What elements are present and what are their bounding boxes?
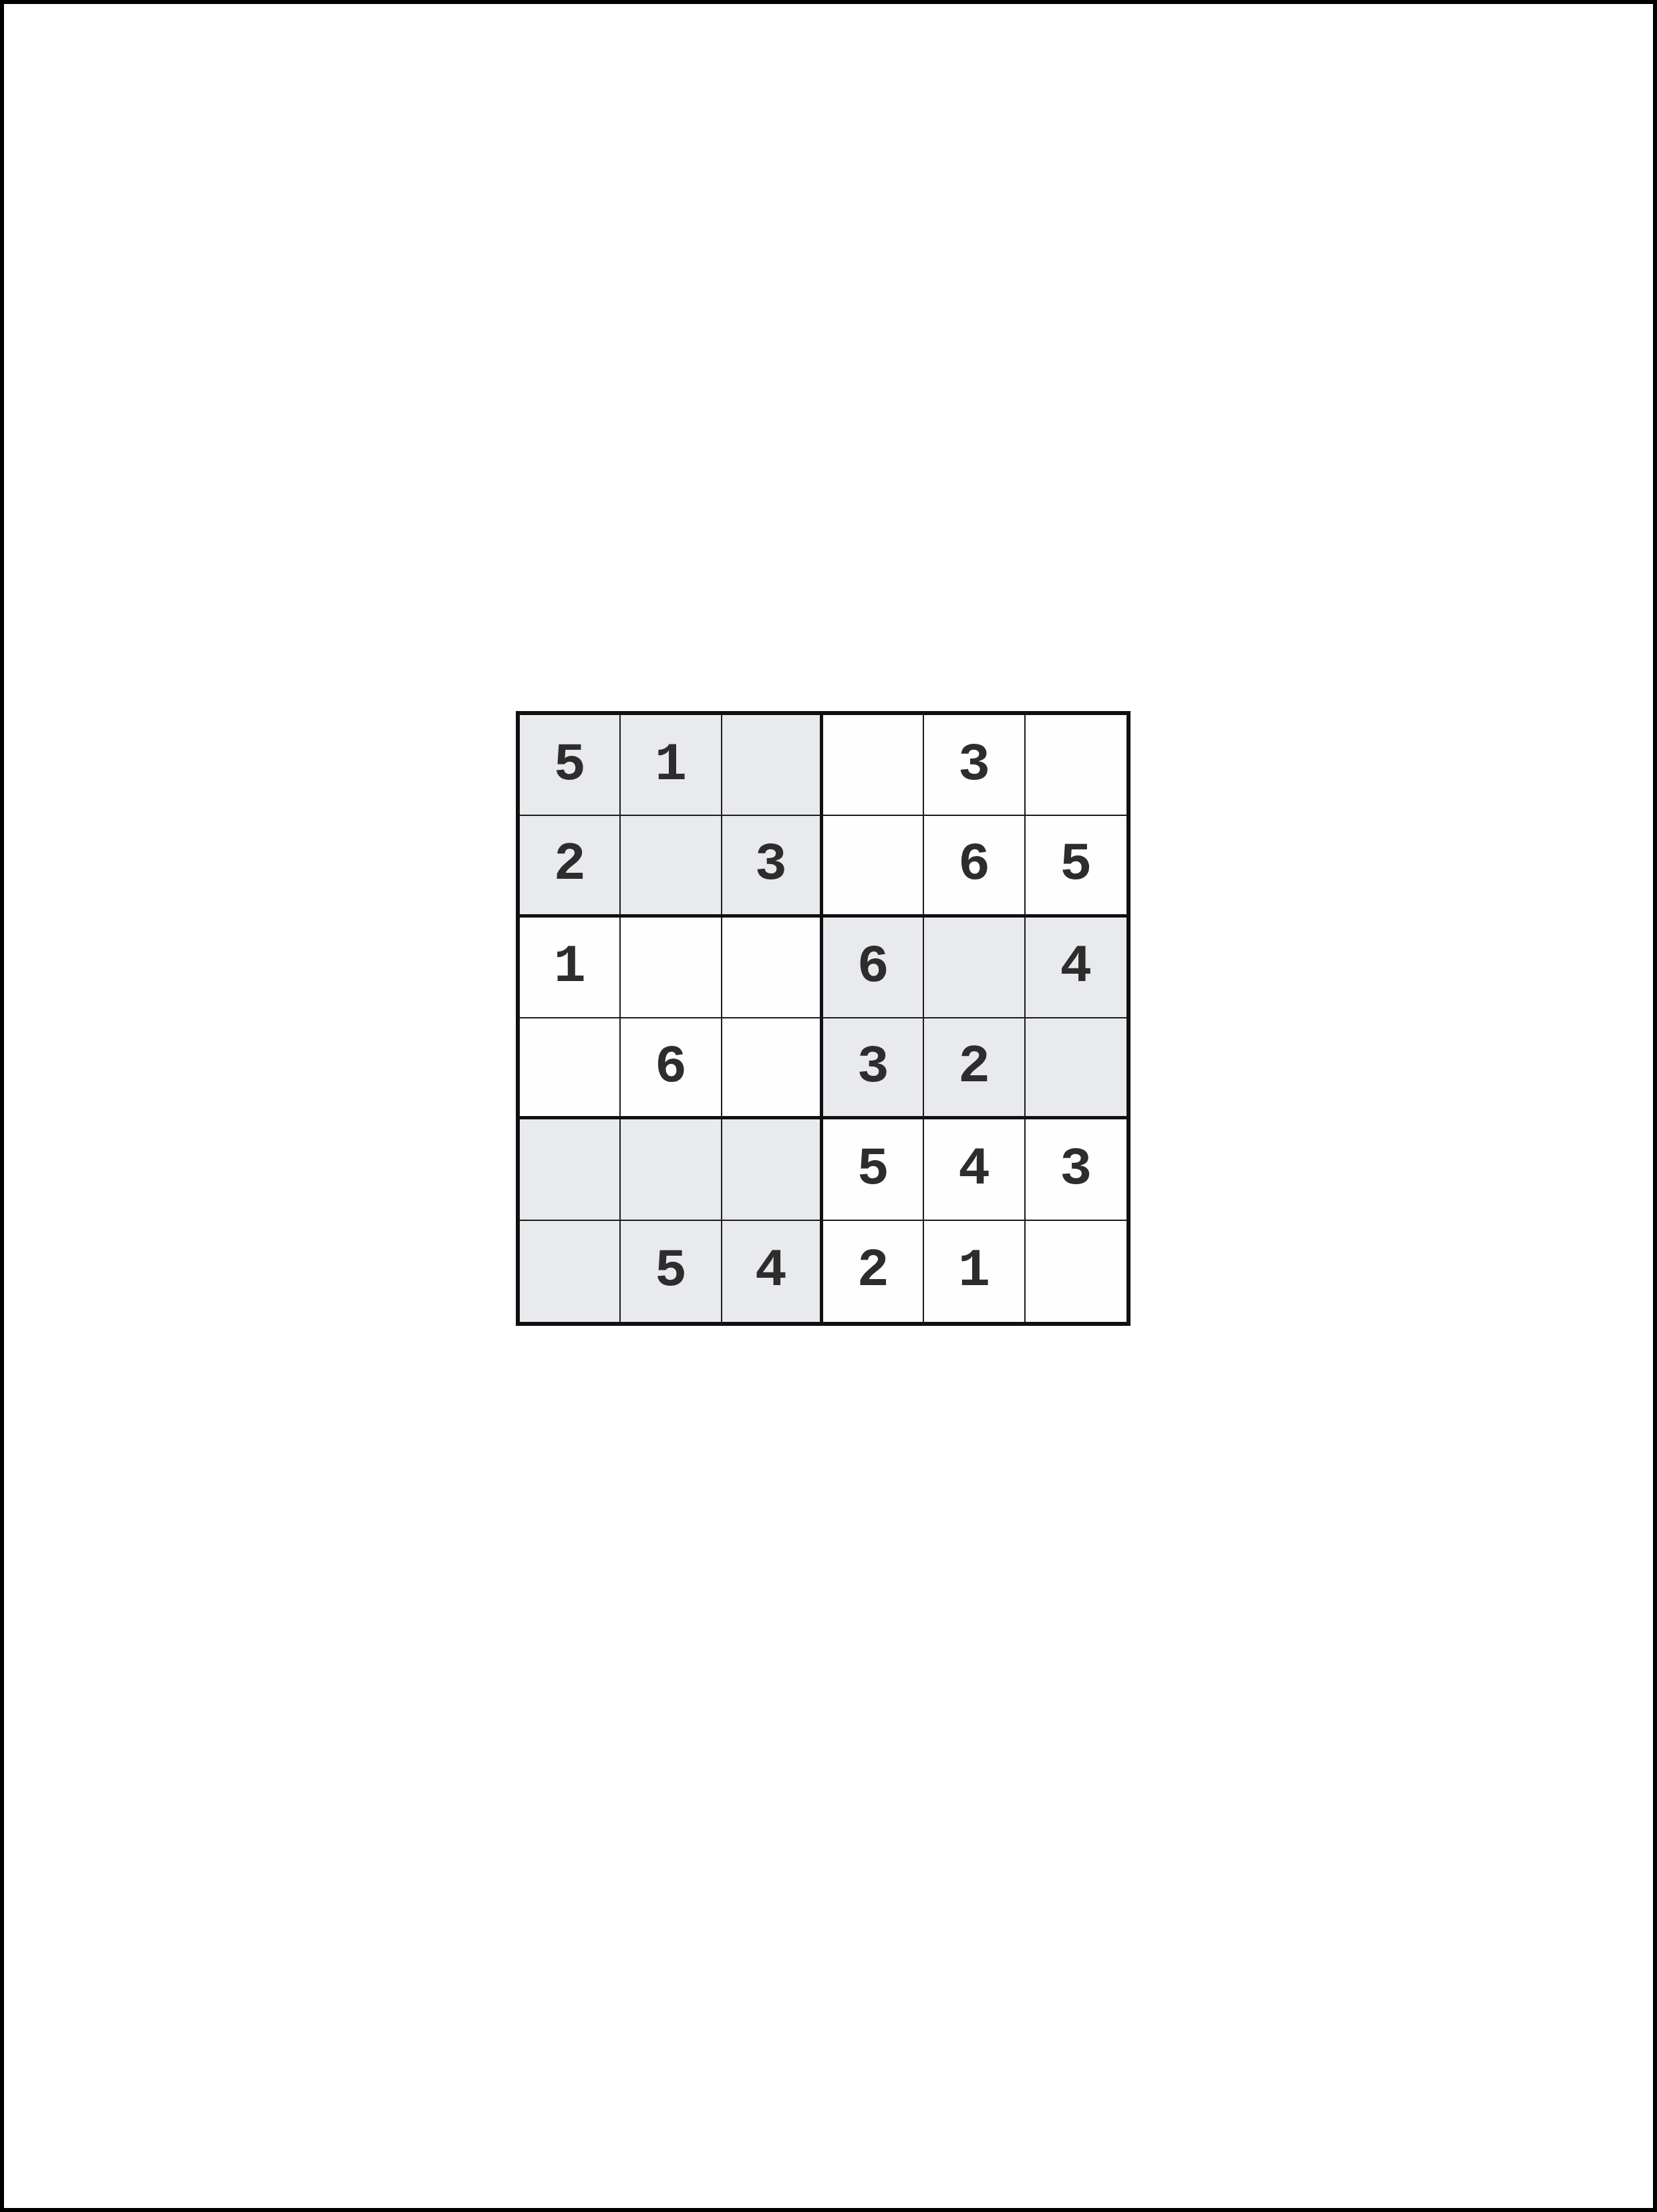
cell-r6c6 — [1026, 1221, 1126, 1322]
cell-r6c2: 5 — [621, 1221, 722, 1322]
cell-r2c3: 3 — [722, 816, 823, 917]
cell-r5c5: 4 — [924, 1119, 1025, 1220]
cell-r6c1 — [520, 1221, 621, 1322]
cell-r4c4: 3 — [823, 1018, 924, 1119]
cell-r1c6 — [1026, 715, 1126, 816]
cell-r3c2 — [621, 918, 722, 1018]
sudoku-grid: 5 1 3 2 3 6 5 1 6 4 6 3 2 5 4 3 5 4 2 1 — [516, 711, 1131, 1326]
cell-r2c1: 2 — [520, 816, 621, 917]
cell-r2c5: 6 — [924, 816, 1025, 917]
cell-r5c3 — [722, 1119, 823, 1220]
cell-r4c5: 2 — [924, 1018, 1025, 1119]
cell-r1c5: 3 — [924, 715, 1025, 816]
cell-r5c6: 3 — [1026, 1119, 1126, 1220]
cell-r6c4: 2 — [823, 1221, 924, 1322]
cell-r2c2 — [621, 816, 722, 917]
cell-r5c1 — [520, 1119, 621, 1220]
cell-r5c4: 5 — [823, 1119, 924, 1220]
printed-page: 5 1 3 2 3 6 5 1 6 4 6 3 2 5 4 3 5 4 2 1 — [0, 0, 1657, 2212]
cell-r3c6: 4 — [1026, 918, 1126, 1018]
cell-r4c2: 6 — [621, 1018, 722, 1119]
cell-r1c3 — [722, 715, 823, 816]
cell-r3c4: 6 — [823, 918, 924, 1018]
cell-r6c5: 1 — [924, 1221, 1025, 1322]
cell-r2c4 — [823, 816, 924, 917]
cell-r6c3: 4 — [722, 1221, 823, 1322]
cell-r3c5 — [924, 918, 1025, 1018]
cell-r2c6: 5 — [1026, 816, 1126, 917]
cell-r4c1 — [520, 1018, 621, 1119]
cell-r1c4 — [823, 715, 924, 816]
cell-r3c3 — [722, 918, 823, 1018]
cell-r4c3 — [722, 1018, 823, 1119]
cell-r4c6 — [1026, 1018, 1126, 1119]
cell-r1c1: 5 — [520, 715, 621, 816]
cell-r1c2: 1 — [621, 715, 722, 816]
cell-r3c1: 1 — [520, 918, 621, 1018]
cell-r5c2 — [621, 1119, 722, 1220]
